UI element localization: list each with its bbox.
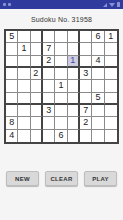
cell-r8c6[interactable] [68, 117, 80, 129]
cell-r9c2[interactable] [18, 130, 30, 142]
status-bar-right [103, 2, 120, 7]
cell-r5c4[interactable] [43, 80, 55, 92]
cell-r9c5[interactable]: 6 [55, 130, 67, 142]
cell-r3c2[interactable] [18, 56, 30, 68]
cell-r9c4[interactable] [43, 130, 55, 142]
cell-r5c8[interactable] [92, 80, 104, 92]
cell-r4c9[interactable] [105, 68, 117, 80]
signal-icon [103, 3, 107, 7]
cell-r5c6[interactable] [68, 80, 80, 92]
cell-r3c3[interactable] [31, 56, 43, 68]
cell-r4c3[interactable]: 2 [31, 68, 43, 80]
cell-r6c7[interactable] [80, 93, 92, 105]
cell-r3c9[interactable] [105, 56, 117, 68]
cell-r6c1[interactable] [6, 93, 18, 105]
board-wrap: 561172142315378246 [4, 29, 119, 144]
cell-r2c3[interactable] [31, 43, 43, 55]
cell-r1c6[interactable] [68, 31, 80, 43]
cell-r4c2[interactable] [18, 68, 30, 80]
cell-r5c3[interactable] [31, 80, 43, 92]
cell-r2c5[interactable] [55, 43, 67, 55]
sudoku-grid: 561172142315378246 [4, 29, 119, 144]
cell-r4c1[interactable] [6, 68, 18, 80]
cell-r1c9[interactable]: 1 [105, 31, 117, 43]
cell-r1c7[interactable] [80, 31, 92, 43]
app-screen: Sudoku No. 31958 561172142315378246 NEW … [0, 0, 123, 220]
cell-r8c2[interactable] [18, 117, 30, 129]
cell-r5c7[interactable] [80, 80, 92, 92]
cell-r3c1[interactable] [6, 56, 18, 68]
notification-icon [3, 3, 6, 6]
button-row: NEW CLEAR PLAY [0, 171, 123, 186]
cell-r8c9[interactable] [105, 117, 117, 129]
puzzle-title: Sudoku No. 31958 [0, 16, 123, 23]
new-button[interactable]: NEW [6, 171, 39, 186]
cell-r8c4[interactable] [43, 117, 55, 129]
cell-r6c2[interactable] [18, 93, 30, 105]
cell-r3c8[interactable]: 4 [92, 56, 104, 68]
cell-r8c5[interactable] [55, 117, 67, 129]
battery-icon [117, 2, 120, 7]
cell-r3c4[interactable]: 2 [43, 56, 55, 68]
cell-r5c5[interactable]: 1 [55, 80, 67, 92]
cell-r2c6[interactable] [68, 43, 80, 55]
cell-r1c2[interactable] [18, 31, 30, 43]
status-bar [0, 0, 123, 9]
wifi-icon [109, 3, 115, 7]
notification-icon [8, 3, 11, 6]
cell-r8c3[interactable] [31, 117, 43, 129]
cell-r7c1[interactable] [6, 105, 18, 117]
cell-r4c5[interactable] [55, 68, 67, 80]
cell-r1c5[interactable] [55, 31, 67, 43]
cell-r7c9[interactable] [105, 105, 117, 117]
cell-r2c4[interactable]: 7 [43, 43, 55, 55]
cell-r7c3[interactable] [31, 105, 43, 117]
cell-r8c1[interactable]: 8 [6, 117, 18, 129]
cell-r8c7[interactable]: 2 [80, 117, 92, 129]
cell-r3c5[interactable] [55, 56, 67, 68]
cell-r9c7[interactable] [80, 130, 92, 142]
cell-r2c7[interactable] [80, 43, 92, 55]
cell-r6c9[interactable] [105, 93, 117, 105]
cell-r2c1[interactable] [6, 43, 18, 55]
cell-r4c6[interactable] [68, 68, 80, 80]
play-button[interactable]: PLAY [84, 171, 117, 186]
cell-r5c9[interactable] [105, 80, 117, 92]
cell-r7c6[interactable] [68, 105, 80, 117]
cell-r4c8[interactable] [92, 68, 104, 80]
cell-r3c7[interactable] [80, 56, 92, 68]
cell-r8c8[interactable] [92, 117, 104, 129]
cell-r9c6[interactable] [68, 130, 80, 142]
cell-r2c9[interactable] [105, 43, 117, 55]
cell-r6c5[interactable] [55, 93, 67, 105]
cell-r4c7[interactable]: 3 [80, 68, 92, 80]
cell-r1c3[interactable] [31, 31, 43, 43]
cell-r9c9[interactable] [105, 130, 117, 142]
cell-r7c4[interactable]: 3 [43, 105, 55, 117]
cell-r4c4[interactable] [43, 68, 55, 80]
cell-r2c2[interactable]: 1 [18, 43, 30, 55]
cell-r5c2[interactable] [18, 80, 30, 92]
cell-r7c7[interactable]: 7 [80, 105, 92, 117]
cell-r1c1[interactable]: 5 [6, 31, 18, 43]
cell-r9c8[interactable] [92, 130, 104, 142]
status-bar-left [3, 3, 11, 6]
cell-r6c6[interactable] [68, 93, 80, 105]
cell-r6c3[interactable] [31, 93, 43, 105]
cell-r7c8[interactable] [92, 105, 104, 117]
cell-r9c1[interactable]: 4 [6, 130, 18, 142]
cell-r7c2[interactable] [18, 105, 30, 117]
cell-r1c8[interactable]: 6 [92, 31, 104, 43]
cell-r2c8[interactable] [92, 43, 104, 55]
clear-button[interactable]: CLEAR [45, 171, 78, 186]
cell-r3c6[interactable]: 1 [68, 56, 80, 68]
cell-r5c1[interactable] [6, 80, 18, 92]
cell-r9c3[interactable] [31, 130, 43, 142]
cell-r7c5[interactable] [55, 105, 67, 117]
cell-r1c4[interactable] [43, 31, 55, 43]
cell-r6c8[interactable]: 5 [92, 93, 104, 105]
cell-r6c4[interactable] [43, 93, 55, 105]
